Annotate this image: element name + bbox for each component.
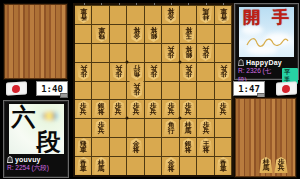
file-tick bbox=[223, 3, 224, 5]
board-cell[interactable]: 香車 bbox=[215, 5, 232, 24]
board-cell[interactable] bbox=[75, 24, 92, 43]
board-cell[interactable]: 銀将 bbox=[145, 24, 162, 43]
board-cell[interactable] bbox=[162, 62, 179, 81]
shogi-piece-金将-bottom[interactable]: 金将 bbox=[129, 138, 144, 155]
shogi-piece-歩兵-bottom[interactable]: 歩兵 bbox=[111, 100, 126, 117]
shogi-piece-歩兵-bottom[interactable]: 歩兵 bbox=[129, 100, 144, 117]
shogi-board[interactable]: 香車金将桂馬香車飛車金将銀将玉将歩兵銀将歩兵歩兵歩兵角行歩兵歩兵歩兵歩兵歩兵銀将… bbox=[73, 3, 234, 177]
piece-kanji: 将 bbox=[98, 109, 105, 115]
board-cell[interactable] bbox=[110, 81, 127, 100]
shogi-piece-飛車-bottom[interactable]: 飛車 bbox=[76, 138, 91, 155]
board-cell[interactable]: 歩兵 bbox=[110, 62, 127, 81]
clock-left-tab[interactable] bbox=[60, 93, 68, 98]
board-cell[interactable] bbox=[145, 5, 162, 24]
board-cell[interactable] bbox=[162, 137, 179, 156]
clock-right: 1:47 bbox=[233, 81, 265, 96]
board-cell[interactable] bbox=[215, 43, 232, 62]
board-cell[interactable] bbox=[145, 43, 162, 62]
shogi-piece-歩兵-bottom[interactable]: 歩兵 bbox=[76, 100, 91, 117]
file-tick bbox=[171, 3, 172, 5]
board-cell[interactable]: 歩兵 bbox=[162, 99, 179, 118]
clock-left: 1:40 bbox=[36, 81, 68, 96]
board-cell[interactable] bbox=[162, 81, 179, 100]
file-tick bbox=[154, 3, 155, 5]
shogi-piece-歩兵-top[interactable]: 歩兵 bbox=[216, 63, 231, 80]
shogi-piece-銀将-top[interactable]: 銀将 bbox=[146, 25, 161, 42]
shogi-piece-金将-top[interactable]: 金将 bbox=[163, 6, 178, 23]
board-cell[interactable] bbox=[75, 118, 92, 137]
player-name-left[interactable]: youvuy bbox=[15, 156, 41, 163]
clock-right-time: 1:47 bbox=[238, 84, 260, 94]
board-cell[interactable] bbox=[92, 137, 109, 156]
japan-flag-icon bbox=[276, 81, 297, 95]
board-cell[interactable] bbox=[197, 156, 214, 175]
piece-kanji: 兵 bbox=[185, 65, 192, 71]
board-cell[interactable] bbox=[145, 137, 162, 156]
clock-left-time: 1:40 bbox=[41, 84, 63, 94]
shogi-piece-銀将-bottom[interactable]: 銀将 bbox=[181, 138, 196, 155]
shogi-piece-歩兵-top[interactable]: 歩兵 bbox=[76, 63, 91, 80]
piece-kanji: 馬 bbox=[263, 165, 270, 171]
board-cell[interactable]: 玉将 bbox=[180, 24, 197, 43]
file-tick bbox=[206, 3, 207, 5]
board-cell[interactable] bbox=[110, 24, 127, 43]
board-cell[interactable] bbox=[75, 43, 92, 62]
piece-kanji: 行 bbox=[133, 65, 140, 71]
board-cell[interactable]: 王将 bbox=[197, 137, 214, 156]
piece-kanji: 行 bbox=[168, 128, 175, 134]
japan-flag-icon bbox=[6, 81, 27, 95]
board-cell[interactable] bbox=[215, 137, 232, 156]
piece-kanji: 将 bbox=[133, 147, 140, 153]
file-tick bbox=[188, 3, 189, 5]
shogi-piece-歩兵-bottom[interactable]: 歩兵 bbox=[163, 100, 178, 117]
board-cell[interactable] bbox=[110, 137, 127, 156]
shogi-piece-歩兵-top[interactable]: 歩兵 bbox=[198, 44, 213, 61]
board-cell[interactable] bbox=[215, 24, 232, 43]
avatar-kanji: 手 bbox=[272, 9, 289, 26]
board-cell[interactable] bbox=[127, 5, 144, 24]
piece-kanji: 兵 bbox=[202, 46, 209, 52]
piece-kanji: 将 bbox=[185, 46, 192, 52]
shogi-piece-玉将-top[interactable]: 玉将 bbox=[181, 25, 196, 42]
shogi-piece-歩兵-bottom[interactable]: 歩兵 bbox=[181, 100, 196, 117]
piece-kanji: 将 bbox=[202, 147, 209, 153]
board-cell[interactable] bbox=[197, 24, 214, 43]
shogi-piece-桂馬-bottom[interactable]: 桂馬 bbox=[259, 157, 273, 173]
board-cell[interactable]: 歩兵 bbox=[215, 99, 232, 118]
piece-kanji: 馬 bbox=[202, 8, 209, 14]
board-cell[interactable]: 歩兵 bbox=[197, 118, 214, 137]
captured-pieces: 桂馬歩兵 bbox=[259, 157, 288, 173]
board-cell[interactable] bbox=[110, 156, 127, 175]
piece-kanji: 兵 bbox=[150, 109, 157, 115]
hoshi-dot bbox=[126, 60, 129, 63]
board-cell[interactable]: 銀将 bbox=[180, 137, 197, 156]
shogi-piece-歩兵-top[interactable]: 歩兵 bbox=[181, 63, 196, 80]
board-cell[interactable]: 金将 bbox=[127, 24, 144, 43]
board-cell[interactable] bbox=[145, 156, 162, 175]
board-cell[interactable] bbox=[162, 24, 179, 43]
board-cell[interactable]: 香車 bbox=[215, 156, 232, 175]
gote-piece-icon bbox=[7, 156, 13, 163]
shogi-piece-王将-bottom[interactable]: 王将 bbox=[198, 138, 213, 155]
board-cell[interactable] bbox=[110, 118, 127, 137]
piece-kanji: 車 bbox=[220, 8, 227, 14]
piece-kanji: 将 bbox=[185, 147, 192, 153]
board-cell[interactable]: 桂馬 bbox=[197, 5, 214, 24]
board-grid[interactable]: 香車金将桂馬香車飛車金将銀将玉将歩兵銀将歩兵歩兵歩兵角行歩兵歩兵歩兵歩兵歩兵銀将… bbox=[75, 5, 232, 175]
board-cell[interactable]: 角行 bbox=[162, 118, 179, 137]
piece-kanji: 車 bbox=[80, 166, 87, 172]
avatar-kanji: 段 bbox=[37, 130, 61, 154]
shogi-piece-香車-top[interactable]: 香車 bbox=[216, 6, 231, 23]
piece-kanji: 兵 bbox=[278, 165, 285, 171]
piece-kanji: 車 bbox=[220, 166, 227, 172]
board-cell[interactable]: 歩兵 bbox=[180, 99, 197, 118]
piece-kanji: 車 bbox=[80, 147, 87, 153]
piece-kanji: 将 bbox=[168, 166, 175, 172]
piece-kanji: 車 bbox=[80, 8, 87, 14]
board-cell[interactable] bbox=[110, 43, 127, 62]
player-name-right[interactable]: HappyDay bbox=[246, 59, 282, 66]
shogi-piece-桂馬-bottom[interactable]: 桂馬 bbox=[181, 119, 196, 136]
board-cell[interactable]: 歩兵 bbox=[180, 62, 197, 81]
shogi-piece-歩兵-top[interactable]: 歩兵 bbox=[146, 63, 161, 80]
board-cell[interactable] bbox=[92, 5, 109, 24]
piece-kanji: 馬 bbox=[98, 166, 105, 172]
shogi-piece-歩兵-bottom[interactable]: 歩兵 bbox=[146, 100, 161, 117]
board-cell[interactable]: 歩兵 bbox=[127, 99, 144, 118]
board-cell[interactable]: 桂馬 bbox=[180, 118, 197, 137]
piece-kanji: 将 bbox=[150, 27, 157, 33]
board-cell[interactable] bbox=[180, 5, 197, 24]
shogi-piece-歩兵-top[interactable]: 歩兵 bbox=[111, 63, 126, 80]
hoshi-dot bbox=[178, 60, 181, 63]
sente-piece-icon bbox=[238, 59, 244, 66]
shogi-piece-角行-bottom[interactable]: 角行 bbox=[163, 119, 178, 136]
piece-kanji: 兵 bbox=[168, 46, 175, 52]
player-panel-left[interactable]: 六 段 youvuy R: 2254 (六段) bbox=[3, 100, 69, 178]
board-cell[interactable] bbox=[197, 81, 214, 100]
board-cell[interactable]: 歩兵 bbox=[110, 99, 127, 118]
board-cell[interactable] bbox=[92, 81, 109, 100]
board-cell[interactable] bbox=[180, 81, 197, 100]
piece-kanji: 兵 bbox=[150, 65, 157, 71]
rainbow-smudge bbox=[42, 112, 60, 120]
piece-kanji: 兵 bbox=[133, 84, 140, 90]
piece-kanji: 将 bbox=[168, 8, 175, 14]
piece-kanji: 兵 bbox=[168, 109, 175, 115]
avatar-youvuy: 六 段 bbox=[9, 104, 64, 154]
board-cell[interactable]: 桂馬 bbox=[92, 156, 109, 175]
board-cell[interactable]: 歩兵 bbox=[145, 62, 162, 81]
board-cell[interactable]: 歩兵 bbox=[75, 62, 92, 81]
board-cell[interactable]: 飛車 bbox=[92, 24, 109, 43]
board-cell[interactable]: 角行 bbox=[127, 62, 144, 81]
board-cell[interactable]: 歩兵 bbox=[215, 62, 232, 81]
shogi-piece-桂馬-top[interactable]: 桂馬 bbox=[198, 6, 213, 23]
piece-kanji: 兵 bbox=[133, 109, 140, 115]
board-cell[interactable] bbox=[75, 81, 92, 100]
piece-kanji: 将 bbox=[185, 27, 192, 33]
player-rating-left: R: 2254 (六段) bbox=[7, 164, 49, 173]
piece-kanji: 車 bbox=[98, 27, 105, 33]
board-cell[interactable]: 歩兵 bbox=[92, 118, 109, 137]
board-cell[interactable]: 歩兵 bbox=[127, 81, 144, 100]
shogi-piece-銀将-bottom[interactable]: 銀将 bbox=[94, 100, 109, 117]
shogi-piece-銀将-top[interactable]: 銀将 bbox=[181, 44, 196, 61]
piece-kanji: 歩 bbox=[133, 90, 140, 96]
board-cell[interactable]: 歩兵 bbox=[145, 99, 162, 118]
board-cell[interactable]: 香車 bbox=[75, 156, 92, 175]
shogi-piece-歩兵-top[interactable]: 歩兵 bbox=[129, 81, 144, 98]
player-panel-right[interactable]: 開 手 HappyDay R: 2326 (七段) 平手 bbox=[234, 3, 299, 80]
piece-kanji: 兵 bbox=[202, 128, 209, 134]
board-cell[interactable]: 金将 bbox=[162, 156, 179, 175]
shogi-app-window: 1:40 六 段 youvuy R: 2254 (六段) 香車金将桂馬香車飛車金… bbox=[0, 0, 300, 179]
board-cell[interactable] bbox=[110, 5, 127, 24]
board-cell[interactable] bbox=[127, 156, 144, 175]
board-cell[interactable] bbox=[197, 99, 214, 118]
piece-kanji: 将 bbox=[133, 27, 140, 33]
board-cell[interactable] bbox=[127, 43, 144, 62]
shogi-piece-金将-top[interactable]: 金将 bbox=[129, 25, 144, 42]
hoshi-dot bbox=[178, 117, 181, 120]
board-cell[interactable]: 金将 bbox=[127, 137, 144, 156]
board-cell[interactable]: 歩兵 bbox=[197, 43, 214, 62]
shogi-piece-歩兵-bottom[interactable]: 歩兵 bbox=[198, 119, 213, 136]
shogi-piece-桂馬-bottom[interactable]: 桂馬 bbox=[94, 157, 109, 174]
file-tick bbox=[84, 3, 85, 5]
board-cell[interactable]: 歩兵 bbox=[75, 99, 92, 118]
board-cell[interactable] bbox=[127, 118, 144, 137]
piece-kanji: 兵 bbox=[220, 65, 227, 71]
shogi-piece-香車-bottom[interactable]: 香車 bbox=[76, 157, 91, 174]
board-cell[interactable] bbox=[197, 62, 214, 81]
shogi-piece-歩兵-top[interactable]: 歩兵 bbox=[163, 44, 178, 61]
shogi-piece-香車-top[interactable]: 香車 bbox=[76, 6, 91, 23]
file-tick bbox=[119, 3, 120, 5]
board-cell[interactable] bbox=[215, 118, 232, 137]
capture-tray-top-player[interactable] bbox=[3, 3, 68, 80]
avatar-kanji: 開 bbox=[243, 9, 260, 26]
file-tick bbox=[136, 3, 137, 5]
shogi-piece-飛車-top[interactable]: 飛車 bbox=[94, 25, 109, 42]
piece-kanji: 兵 bbox=[98, 128, 105, 134]
board-cell[interactable] bbox=[180, 156, 197, 175]
shogi-piece-角行-top[interactable]: 角行 bbox=[129, 63, 144, 80]
hoshi-dot bbox=[126, 117, 129, 120]
gold-signature-flourish bbox=[245, 35, 289, 49]
piece-kanji: 兵 bbox=[115, 109, 122, 115]
piece-kanji: 兵 bbox=[220, 109, 227, 115]
shogi-piece-金将-bottom[interactable]: 金将 bbox=[163, 157, 178, 174]
capture-tray-bottom-player[interactable]: 桂馬歩兵 bbox=[234, 97, 297, 178]
piece-kanji: 馬 bbox=[185, 128, 192, 134]
board-cell[interactable]: 歩兵 bbox=[162, 43, 179, 62]
board-cell[interactable] bbox=[145, 81, 162, 100]
piece-kanji: 兵 bbox=[80, 65, 87, 71]
board-cell[interactable]: 銀将 bbox=[180, 43, 197, 62]
board-cell[interactable] bbox=[215, 81, 232, 100]
shogi-piece-香車-bottom[interactable]: 香車 bbox=[216, 157, 231, 174]
piece-kanji: 兵 bbox=[80, 109, 87, 115]
board-cell[interactable]: 香車 bbox=[75, 5, 92, 24]
file-tick bbox=[101, 3, 102, 5]
shogi-piece-歩兵-bottom[interactable]: 歩兵 bbox=[94, 119, 109, 136]
board-cell[interactable]: 銀将 bbox=[92, 99, 109, 118]
board-cell[interactable]: 飛車 bbox=[75, 137, 92, 156]
board-cell[interactable] bbox=[92, 43, 109, 62]
board-cell[interactable] bbox=[92, 62, 109, 81]
avatar-kanji: 六 bbox=[12, 105, 36, 129]
avatar-happyday: 開 手 bbox=[239, 7, 294, 57]
shogi-piece-歩兵-bottom[interactable]: 歩兵 bbox=[216, 100, 231, 117]
piece-kanji: 兵 bbox=[185, 109, 192, 115]
piece-kanji: 兵 bbox=[115, 65, 122, 71]
shogi-piece-歩兵-bottom[interactable]: 歩兵 bbox=[274, 157, 288, 173]
board-cell[interactable] bbox=[145, 118, 162, 137]
board-cell[interactable]: 金将 bbox=[162, 5, 179, 24]
